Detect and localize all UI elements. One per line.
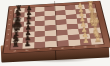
piece-white-pawn: ♟ (82, 37, 89, 45)
square-h1: ♜ (91, 38, 104, 44)
rank-label-2: 2 (6, 40, 9, 42)
rank-label-1: 1 (5, 45, 8, 47)
rank-label-5: 5 (8, 24, 10, 26)
rank-label-8: 8 (10, 10, 12, 12)
chess-board: ♜♟♟♜♞♟♟♞♝♟♟♝♛♟♟♛♚♟♟♚♝♟♟♝♞♟♟♞♜♟♟♜ abcdefg… (2, 1, 110, 54)
square-d5 (45, 20, 56, 26)
rank-label-4: 4 (7, 29, 9, 31)
square-c6 (34, 16, 45, 21)
piece-black-rook: ♜ (12, 40, 20, 49)
piece-black-pawn: ♟ (24, 41, 31, 49)
chess-set-product-photo: ♜♟♟♜♞♟♟♞♝♟♟♝♛♟♟♛♚♟♟♚♝♟♟♝♞♟♟♞♜♟♟♜ abcdefg… (0, 0, 110, 66)
piece-white-rook: ♜ (93, 35, 101, 44)
square-h4 (57, 40, 69, 46)
square-f4 (56, 29, 67, 35)
board-tilt-wrapper: ♜♟♟♜♞♟♟♞♝♟♟♝♛♟♟♛♚♟♟♚♝♟♟♝♞♟♟♞♜♟♟♜ abcdefg… (0, 0, 110, 66)
